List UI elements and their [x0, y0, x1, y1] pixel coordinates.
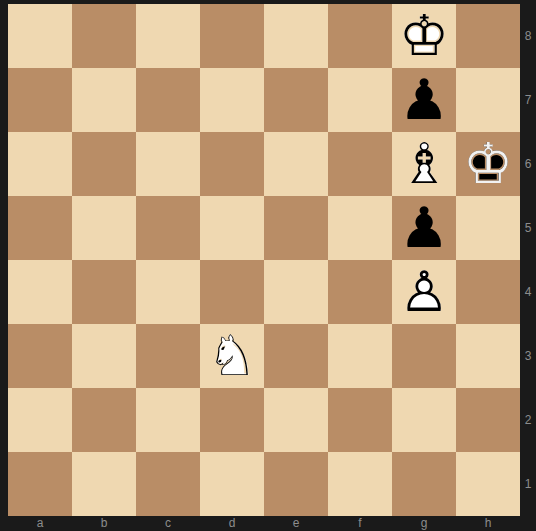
white-knight-outline-icon: ♘	[200, 324, 264, 388]
square-b5[interactable]	[72, 196, 136, 260]
square-d2[interactable]	[200, 388, 264, 452]
square-d7[interactable]	[200, 68, 264, 132]
square-d4[interactable]	[200, 260, 264, 324]
square-e1[interactable]	[264, 452, 328, 516]
square-f4[interactable]	[328, 260, 392, 324]
white-pawn-g4[interactable]: ♟♙	[392, 260, 456, 324]
square-e3[interactable]	[264, 324, 328, 388]
square-h7[interactable]	[456, 68, 520, 132]
square-b7[interactable]	[72, 68, 136, 132]
square-e8[interactable]	[264, 4, 328, 68]
square-f2[interactable]	[328, 388, 392, 452]
chess-app: ♚♔♟♝♗♚♔♟♟♙♞♘ abcdefgh 87654321	[0, 0, 536, 531]
square-c6[interactable]	[136, 132, 200, 196]
black-pawn-g5[interactable]: ♟	[392, 196, 456, 260]
square-f1[interactable]	[328, 452, 392, 516]
file-label-a: a	[8, 516, 72, 531]
square-c2[interactable]	[136, 388, 200, 452]
square-b2[interactable]	[72, 388, 136, 452]
square-h3[interactable]	[456, 324, 520, 388]
square-h1[interactable]	[456, 452, 520, 516]
square-e6[interactable]	[264, 132, 328, 196]
rank-labels: 87654321	[520, 4, 536, 516]
square-a6[interactable]	[8, 132, 72, 196]
rank-label-1: 1	[520, 452, 536, 516]
white-bishop-outline-icon: ♗	[392, 132, 456, 196]
file-label-f: f	[328, 516, 392, 531]
black-king-outline-icon: ♔	[456, 132, 520, 196]
square-c3[interactable]	[136, 324, 200, 388]
white-king-g8[interactable]: ♚♔	[392, 4, 456, 68]
square-e4[interactable]	[264, 260, 328, 324]
white-bishop-g6[interactable]: ♝♗	[392, 132, 456, 196]
black-pawn-icon: ♟	[392, 196, 456, 260]
square-e2[interactable]	[264, 388, 328, 452]
square-a1[interactable]	[8, 452, 72, 516]
square-a4[interactable]	[8, 260, 72, 324]
square-h2[interactable]	[456, 388, 520, 452]
square-b1[interactable]	[72, 452, 136, 516]
file-label-e: e	[264, 516, 328, 531]
white-pawn-outline-icon: ♙	[392, 260, 456, 324]
square-f6[interactable]	[328, 132, 392, 196]
square-a2[interactable]	[8, 388, 72, 452]
file-label-b: b	[72, 516, 136, 531]
rank-label-4: 4	[520, 260, 536, 324]
square-g7[interactable]: ♟	[392, 68, 456, 132]
square-a3[interactable]	[8, 324, 72, 388]
square-g8[interactable]: ♚♔	[392, 4, 456, 68]
square-b6[interactable]	[72, 132, 136, 196]
square-h4[interactable]	[456, 260, 520, 324]
square-b3[interactable]	[72, 324, 136, 388]
square-g6[interactable]: ♝♗	[392, 132, 456, 196]
chess-board: ♚♔♟♝♗♚♔♟♟♙♞♘	[8, 4, 520, 516]
square-f7[interactable]	[328, 68, 392, 132]
square-a8[interactable]	[8, 4, 72, 68]
square-f5[interactable]	[328, 196, 392, 260]
square-g1[interactable]	[392, 452, 456, 516]
square-b4[interactable]	[72, 260, 136, 324]
square-d8[interactable]	[200, 4, 264, 68]
square-b8[interactable]	[72, 4, 136, 68]
rank-label-8: 8	[520, 4, 536, 68]
file-label-c: c	[136, 516, 200, 531]
file-label-d: d	[200, 516, 264, 531]
rank-label-2: 2	[520, 388, 536, 452]
square-f3[interactable]	[328, 324, 392, 388]
square-c1[interactable]	[136, 452, 200, 516]
square-g2[interactable]	[392, 388, 456, 452]
rank-label-5: 5	[520, 196, 536, 260]
white-knight-d3[interactable]: ♞♘	[200, 324, 264, 388]
rank-label-7: 7	[520, 68, 536, 132]
square-h6[interactable]: ♚♔	[456, 132, 520, 196]
square-g4[interactable]: ♟♙	[392, 260, 456, 324]
black-pawn-g7[interactable]: ♟	[392, 68, 456, 132]
rank-label-6: 6	[520, 132, 536, 196]
white-king-outline-icon: ♔	[392, 4, 456, 68]
square-f8[interactable]	[328, 4, 392, 68]
square-a7[interactable]	[8, 68, 72, 132]
square-d1[interactable]	[200, 452, 264, 516]
square-c5[interactable]	[136, 196, 200, 260]
square-g5[interactable]: ♟	[392, 196, 456, 260]
rank-label-3: 3	[520, 324, 536, 388]
square-c8[interactable]	[136, 4, 200, 68]
square-e7[interactable]	[264, 68, 328, 132]
file-labels: abcdefgh	[8, 516, 520, 531]
square-c7[interactable]	[136, 68, 200, 132]
square-h8[interactable]	[456, 4, 520, 68]
square-g3[interactable]	[392, 324, 456, 388]
square-a5[interactable]	[8, 196, 72, 260]
square-d6[interactable]	[200, 132, 264, 196]
square-h5[interactable]	[456, 196, 520, 260]
square-d3[interactable]: ♞♘	[200, 324, 264, 388]
file-label-h: h	[456, 516, 520, 531]
black-king-h6[interactable]: ♚♔	[456, 132, 520, 196]
square-c4[interactable]	[136, 260, 200, 324]
square-d5[interactable]	[200, 196, 264, 260]
black-pawn-icon: ♟	[392, 68, 456, 132]
file-label-g: g	[392, 516, 456, 531]
square-e5[interactable]	[264, 196, 328, 260]
